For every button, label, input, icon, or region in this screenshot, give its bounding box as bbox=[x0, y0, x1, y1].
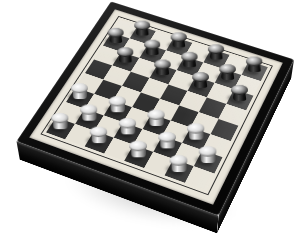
piece-cap bbox=[208, 44, 224, 54]
gunmetal-piece-glyph bbox=[208, 44, 224, 59]
piece-cap bbox=[90, 126, 108, 136]
silver-piece-glyph bbox=[170, 155, 188, 172]
silver-piece-glyph bbox=[129, 140, 147, 157]
piece-cap bbox=[119, 118, 137, 128]
gunmetal-piece-glyph bbox=[134, 20, 150, 35]
piece-cap bbox=[219, 64, 236, 74]
piece-cap bbox=[117, 47, 133, 57]
piece-cap bbox=[144, 39, 160, 49]
piece-cap bbox=[109, 96, 126, 106]
piece-cap bbox=[134, 20, 150, 29]
piece-cap bbox=[192, 72, 209, 82]
piece-cap bbox=[181, 52, 198, 62]
silver-piece-glyph bbox=[71, 83, 88, 99]
piece-cap bbox=[187, 123, 205, 133]
piece-cap bbox=[148, 109, 165, 119]
gunmetal-piece-glyph bbox=[219, 64, 236, 80]
silver-piece-glyph bbox=[119, 118, 137, 134]
silver-piece-glyph bbox=[148, 109, 165, 125]
piece-cap bbox=[154, 59, 171, 69]
gunmetal-piece-glyph bbox=[192, 72, 209, 88]
silver-piece-glyph bbox=[187, 123, 205, 140]
piece-cap bbox=[129, 140, 147, 150]
silver-piece-glyph bbox=[80, 104, 97, 120]
piece-cap bbox=[171, 32, 187, 42]
piece-cap bbox=[51, 113, 68, 123]
piece-cap bbox=[108, 28, 124, 38]
product-photo-scene bbox=[0, 0, 300, 239]
piece-cap bbox=[170, 155, 188, 166]
gunmetal-piece-glyph bbox=[117, 47, 133, 63]
piece-cap bbox=[199, 146, 217, 157]
silver-piece-glyph bbox=[158, 132, 176, 149]
gunmetal-piece-glyph bbox=[154, 59, 171, 75]
silver-piece-glyph bbox=[90, 126, 108, 143]
piece-cap bbox=[158, 132, 176, 142]
gunmetal-piece-glyph bbox=[144, 39, 160, 54]
silver-piece-glyph bbox=[109, 96, 126, 112]
piece-cap bbox=[231, 85, 248, 95]
silver-piece-glyph bbox=[51, 113, 68, 129]
silver-piece-glyph bbox=[199, 146, 217, 163]
gunmetal-piece-glyph bbox=[171, 32, 187, 47]
gunmetal-piece-glyph bbox=[231, 85, 248, 101]
gunmetal-piece-glyph bbox=[246, 56, 263, 72]
piece-cap bbox=[80, 104, 97, 114]
gunmetal-piece-glyph bbox=[108, 28, 124, 43]
gunmetal-piece-glyph bbox=[181, 52, 198, 68]
piece-cap bbox=[246, 56, 263, 66]
piece-cap bbox=[71, 83, 88, 93]
